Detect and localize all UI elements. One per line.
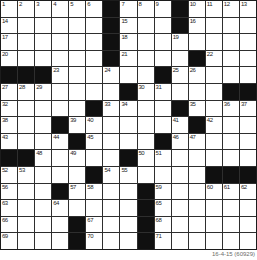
white-cell[interactable]	[172, 150, 188, 166]
white-cell[interactable]	[69, 200, 85, 216]
white-cell[interactable]	[223, 233, 239, 249]
white-cell[interactable]	[120, 184, 136, 200]
clue-number: 24	[104, 67, 110, 74]
clue-number: 32	[2, 101, 8, 108]
white-cell[interactable]: 51	[155, 150, 171, 166]
white-cell[interactable]	[18, 217, 34, 233]
white-cell[interactable]	[120, 67, 136, 83]
white-cell[interactable]: 30	[138, 84, 154, 100]
white-cell[interactable]: 66	[1, 217, 17, 233]
white-cell[interactable]: 46	[172, 134, 188, 150]
clue-number: 20	[2, 51, 8, 58]
white-cell[interactable]	[240, 18, 256, 34]
clue-number: 25	[173, 67, 179, 74]
white-cell[interactable]	[18, 18, 34, 34]
white-cell[interactable]	[240, 117, 256, 133]
white-cell[interactable]: 1	[1, 1, 17, 17]
clue-number: 42	[207, 117, 213, 124]
clue-number: 10	[190, 1, 196, 8]
white-cell[interactable]	[18, 233, 34, 249]
clue-number: 63	[2, 200, 8, 207]
white-cell[interactable]: 67	[86, 217, 102, 233]
white-cell[interactable]: 40	[86, 117, 102, 133]
white-cell[interactable]: 22	[206, 51, 222, 67]
white-cell[interactable]: 59	[155, 184, 171, 200]
black-cell	[120, 150, 136, 166]
white-cell[interactable]	[206, 217, 222, 233]
white-cell[interactable]	[35, 233, 51, 249]
white-cell[interactable]	[138, 101, 154, 117]
white-cell[interactable]	[172, 200, 188, 216]
clue-number: 30	[139, 84, 145, 91]
white-cell[interactable]	[120, 200, 136, 216]
white-cell[interactable]: 27	[1, 84, 17, 100]
clue-number: 61	[224, 184, 230, 191]
white-cell[interactable]	[223, 34, 239, 50]
white-cell[interactable]	[189, 150, 205, 166]
black-cell	[103, 34, 119, 50]
white-cell[interactable]: 57	[69, 184, 85, 200]
white-cell[interactable]	[35, 217, 51, 233]
clue-number: 14	[2, 18, 8, 25]
black-cell	[189, 117, 205, 133]
clue-number: 1	[2, 1, 5, 8]
white-cell[interactable]: 37	[240, 101, 256, 117]
clue-number: 51	[156, 150, 162, 157]
clue-number: 62	[241, 184, 247, 191]
clue-number: 6	[87, 1, 90, 8]
white-cell[interactable]	[69, 34, 85, 50]
puzzle-date-code: 16-4-15 (60929)	[0, 250, 257, 259]
white-cell[interactable]	[69, 51, 85, 67]
black-cell	[103, 51, 119, 67]
clue-number: 9	[156, 1, 159, 8]
white-cell[interactable]	[69, 18, 85, 34]
black-cell	[18, 67, 34, 83]
white-cell[interactable]: 61	[223, 184, 239, 200]
white-cell[interactable]	[103, 134, 119, 150]
black-cell	[35, 67, 51, 83]
clue-number: 45	[87, 134, 93, 141]
white-cell[interactable]: 16	[189, 18, 205, 34]
clue-number: 28	[19, 84, 25, 91]
white-cell[interactable]	[155, 101, 171, 117]
white-cell[interactable]	[86, 51, 102, 67]
black-cell	[86, 101, 102, 117]
white-cell[interactable]: 49	[69, 150, 85, 166]
clue-number: 40	[87, 117, 93, 124]
white-cell[interactable]	[240, 233, 256, 249]
clue-number: 2	[19, 1, 22, 8]
white-cell[interactable]	[206, 233, 222, 249]
white-cell[interactable]	[69, 167, 85, 183]
white-cell[interactable]	[18, 101, 34, 117]
white-cell[interactable]	[86, 67, 102, 83]
white-cell[interactable]: 13	[240, 1, 256, 17]
white-cell[interactable]: 12	[223, 1, 239, 17]
clue-number: 12	[224, 1, 230, 8]
white-cell[interactable]: 44	[52, 134, 68, 150]
white-cell[interactable]	[103, 184, 119, 200]
white-cell[interactable]	[138, 134, 154, 150]
white-cell[interactable]: 43	[1, 134, 17, 150]
white-cell[interactable]	[18, 34, 34, 50]
white-cell[interactable]: 32	[1, 101, 17, 117]
white-cell[interactable]	[52, 217, 68, 233]
white-cell[interactable]: 11	[206, 1, 222, 17]
black-cell	[172, 18, 188, 34]
clue-number: 50	[139, 150, 145, 157]
clue-number: 21	[121, 51, 127, 58]
white-cell[interactable]: 7	[120, 1, 136, 17]
clue-number: 71	[156, 233, 162, 240]
white-cell[interactable]: 24	[103, 67, 119, 83]
white-cell[interactable]	[240, 34, 256, 50]
white-cell[interactable]	[18, 184, 34, 200]
white-cell[interactable]: 8	[138, 1, 154, 17]
white-cell[interactable]	[35, 51, 51, 67]
clue-number: 23	[53, 67, 59, 74]
white-cell[interactable]: 64	[52, 200, 68, 216]
white-cell[interactable]	[240, 67, 256, 83]
white-cell[interactable]: 28	[18, 84, 34, 100]
white-cell[interactable]	[172, 184, 188, 200]
crossword-puzzle: 1234567891011121314151617181920212223242…	[0, 0, 257, 260]
white-cell[interactable]	[18, 117, 34, 133]
white-cell[interactable]: 50	[138, 150, 154, 166]
white-cell[interactable]	[103, 117, 119, 133]
black-cell	[86, 167, 102, 183]
white-cell[interactable]: 29	[35, 84, 51, 100]
clue-number: 52	[2, 167, 8, 174]
white-cell[interactable]	[52, 167, 68, 183]
white-cell[interactable]	[35, 200, 51, 216]
black-cell	[138, 217, 154, 233]
clue-number: 15	[121, 18, 127, 25]
white-cell[interactable]: 62	[240, 184, 256, 200]
clue-number: 49	[70, 150, 76, 157]
white-cell[interactable]	[86, 18, 102, 34]
white-cell[interactable]	[223, 150, 239, 166]
black-cell	[172, 1, 188, 17]
white-cell[interactable]: 34	[120, 101, 136, 117]
white-cell[interactable]: 45	[86, 134, 102, 150]
clue-number: 29	[36, 84, 42, 91]
white-cell[interactable]: 17	[1, 34, 17, 50]
white-cell[interactable]: 68	[155, 217, 171, 233]
black-cell	[155, 67, 171, 83]
clue-number: 60	[207, 184, 213, 191]
white-cell[interactable]	[86, 34, 102, 50]
white-cell[interactable]: 25	[172, 67, 188, 83]
black-cell	[103, 18, 119, 34]
black-cell	[1, 67, 17, 83]
black-cell	[69, 233, 85, 249]
white-cell[interactable]: 42	[206, 117, 222, 133]
black-cell	[69, 217, 85, 233]
clue-number: 4	[53, 1, 56, 8]
white-cell[interactable]	[206, 34, 222, 50]
white-cell[interactable]	[69, 101, 85, 117]
white-cell[interactable]: 20	[1, 51, 17, 67]
white-cell[interactable]: 31	[155, 84, 171, 100]
clue-number: 47	[190, 134, 196, 141]
black-cell	[138, 184, 154, 200]
white-cell[interactable]	[189, 217, 205, 233]
white-cell[interactable]: 5	[69, 1, 85, 17]
white-cell[interactable]	[172, 84, 188, 100]
white-cell[interactable]	[172, 51, 188, 67]
white-cell[interactable]	[240, 150, 256, 166]
clue-number: 11	[207, 1, 212, 8]
clue-number: 35	[190, 101, 196, 108]
clue-number: 38	[2, 117, 8, 124]
white-cell[interactable]	[86, 200, 102, 216]
white-cell[interactable]: 69	[1, 233, 17, 249]
white-cell[interactable]: 4	[52, 1, 68, 17]
clue-number: 3	[36, 1, 39, 8]
clue-number: 65	[156, 200, 162, 207]
black-cell	[52, 117, 68, 133]
white-cell[interactable]: 33	[103, 101, 119, 117]
clue-number: 68	[156, 217, 162, 224]
white-cell[interactable]	[69, 84, 85, 100]
white-cell[interactable]	[189, 34, 205, 50]
clue-number: 67	[87, 217, 93, 224]
white-cell[interactable]	[52, 150, 68, 166]
white-cell[interactable]: 38	[1, 117, 17, 133]
white-cell[interactable]: 54	[103, 167, 119, 183]
white-cell[interactable]	[189, 200, 205, 216]
white-cell[interactable]	[189, 84, 205, 100]
clue-number: 17	[2, 34, 8, 41]
clue-number: 46	[173, 134, 179, 141]
clue-number: 54	[104, 167, 110, 174]
white-cell[interactable]	[223, 200, 239, 216]
clue-number: 36	[224, 101, 230, 108]
clue-number: 27	[2, 84, 8, 91]
white-cell[interactable]	[120, 217, 136, 233]
white-cell[interactable]	[155, 117, 171, 133]
clue-number: 18	[121, 34, 127, 41]
white-cell[interactable]	[35, 167, 51, 183]
black-cell	[240, 167, 256, 183]
white-cell[interactable]	[206, 200, 222, 216]
white-cell[interactable]	[172, 167, 188, 183]
white-cell[interactable]: 21	[120, 51, 136, 67]
white-cell[interactable]: 26	[189, 67, 205, 83]
clue-number: 37	[241, 101, 247, 108]
white-cell[interactable]	[240, 51, 256, 67]
black-cell	[120, 84, 136, 100]
white-cell[interactable]	[18, 51, 34, 67]
black-cell	[18, 150, 34, 166]
white-cell[interactable]	[35, 117, 51, 133]
clue-number: 19	[173, 34, 179, 41]
black-cell	[172, 101, 188, 117]
white-cell[interactable]: 14	[1, 18, 17, 34]
white-cell[interactable]: 52	[1, 167, 17, 183]
white-cell[interactable]: 56	[1, 184, 17, 200]
crossword-grid: 1234567891011121314151617181920212223242…	[0, 0, 257, 250]
clue-number: 59	[156, 184, 162, 191]
white-cell[interactable]: 53	[18, 167, 34, 183]
clue-number: 58	[87, 184, 93, 191]
white-cell[interactable]	[120, 233, 136, 249]
white-cell[interactable]	[138, 167, 154, 183]
white-cell[interactable]	[52, 34, 68, 50]
white-cell[interactable]	[103, 200, 119, 216]
white-cell[interactable]	[69, 67, 85, 83]
white-cell[interactable]: 70	[86, 233, 102, 249]
clue-number: 53	[19, 167, 25, 174]
white-cell[interactable]	[189, 233, 205, 249]
white-cell[interactable]	[103, 84, 119, 100]
clue-number: 43	[2, 134, 8, 141]
white-cell[interactable]: 2	[18, 1, 34, 17]
black-cell	[155, 134, 171, 150]
black-cell	[138, 233, 154, 249]
white-cell[interactable]	[52, 84, 68, 100]
clue-number: 56	[2, 184, 8, 191]
white-cell[interactable]: 19	[172, 34, 188, 50]
white-cell[interactable]	[103, 233, 119, 249]
white-cell[interactable]: 15	[120, 18, 136, 34]
white-cell[interactable]	[223, 67, 239, 83]
white-cell[interactable]	[52, 233, 68, 249]
white-cell[interactable]	[240, 200, 256, 216]
white-cell[interactable]	[18, 134, 34, 150]
black-cell	[52, 184, 68, 200]
clue-number: 26	[190, 67, 196, 74]
black-cell	[189, 51, 205, 67]
clue-number: 8	[139, 1, 142, 8]
white-cell[interactable]	[103, 217, 119, 233]
white-cell[interactable]: 58	[86, 184, 102, 200]
black-cell	[103, 1, 119, 17]
white-cell[interactable]	[35, 184, 51, 200]
white-cell[interactable]	[35, 34, 51, 50]
white-cell[interactable]	[155, 34, 171, 50]
white-cell[interactable]	[206, 101, 222, 117]
white-cell[interactable]	[35, 101, 51, 117]
white-cell[interactable]	[172, 233, 188, 249]
black-cell	[69, 134, 85, 150]
black-cell	[206, 167, 222, 183]
white-cell[interactable]: 65	[155, 200, 171, 216]
clue-number: 34	[121, 101, 127, 108]
black-cell	[223, 167, 239, 183]
clue-number: 44	[53, 134, 59, 141]
clue-number: 33	[104, 101, 110, 108]
white-cell[interactable]	[52, 101, 68, 117]
white-cell[interactable]	[223, 51, 239, 67]
clue-number: 31	[156, 84, 162, 91]
clue-number: 64	[53, 200, 59, 207]
white-cell[interactable]	[206, 134, 222, 150]
white-cell[interactable]	[155, 51, 171, 67]
white-cell[interactable]	[138, 117, 154, 133]
white-cell[interactable]: 71	[155, 233, 171, 249]
clue-number: 39	[70, 117, 76, 124]
clue-number: 22	[207, 51, 213, 58]
white-cell[interactable]	[120, 134, 136, 150]
clue-number: 57	[70, 184, 76, 191]
white-cell[interactable]	[52, 51, 68, 67]
white-cell[interactable]	[223, 134, 239, 150]
clue-number: 70	[87, 233, 93, 240]
white-cell[interactable]: 47	[189, 134, 205, 150]
white-cell[interactable]: 55	[120, 167, 136, 183]
clue-number: 13	[241, 1, 247, 8]
white-cell[interactable]	[172, 217, 188, 233]
white-cell[interactable]	[35, 134, 51, 150]
clue-number: 16	[190, 18, 196, 25]
white-cell[interactable]: 3	[35, 1, 51, 17]
white-cell[interactable]	[155, 167, 171, 183]
white-cell[interactable]: 63	[1, 200, 17, 216]
clue-number: 66	[2, 217, 8, 224]
white-cell[interactable]: 6	[86, 1, 102, 17]
white-cell[interactable]	[86, 150, 102, 166]
white-cell[interactable]: 39	[69, 117, 85, 133]
black-cell	[223, 84, 239, 100]
clue-number: 5	[70, 1, 73, 8]
white-cell[interactable]	[240, 134, 256, 150]
white-cell[interactable]	[189, 184, 205, 200]
black-cell	[1, 150, 17, 166]
white-cell[interactable]	[18, 200, 34, 216]
white-cell[interactable]	[206, 18, 222, 34]
white-cell[interactable]: 9	[155, 1, 171, 17]
white-cell[interactable]	[103, 150, 119, 166]
white-cell[interactable]: 36	[223, 101, 239, 117]
white-cell[interactable]	[52, 18, 68, 34]
white-cell[interactable]: 10	[189, 1, 205, 17]
white-cell[interactable]	[223, 217, 239, 233]
white-cell[interactable]: 48	[35, 150, 51, 166]
black-cell	[240, 84, 256, 100]
white-cell[interactable]	[120, 117, 136, 133]
white-cell[interactable]	[138, 67, 154, 83]
white-cell[interactable]: 35	[189, 101, 205, 117]
white-cell[interactable]	[206, 150, 222, 166]
white-cell[interactable]	[138, 51, 154, 67]
white-cell[interactable]: 41	[172, 117, 188, 133]
white-cell[interactable]: 18	[120, 34, 136, 50]
clue-number: 7	[121, 1, 124, 8]
white-cell[interactable]	[138, 18, 154, 34]
white-cell[interactable]	[138, 34, 154, 50]
white-cell[interactable]	[155, 18, 171, 34]
white-cell[interactable]	[35, 18, 51, 34]
black-cell	[138, 200, 154, 216]
white-cell[interactable]: 23	[52, 67, 68, 83]
white-cell[interactable]	[86, 84, 102, 100]
clue-number: 55	[121, 167, 127, 174]
white-cell[interactable]: 60	[206, 184, 222, 200]
white-cell[interactable]	[206, 67, 222, 83]
white-cell[interactable]	[223, 117, 239, 133]
white-cell[interactable]	[240, 217, 256, 233]
clue-number: 41	[173, 117, 179, 124]
white-cell[interactable]	[223, 18, 239, 34]
clue-number: 48	[36, 150, 42, 157]
clue-number: 69	[2, 233, 8, 240]
white-cell[interactable]	[189, 167, 205, 183]
white-cell[interactable]	[206, 84, 222, 100]
